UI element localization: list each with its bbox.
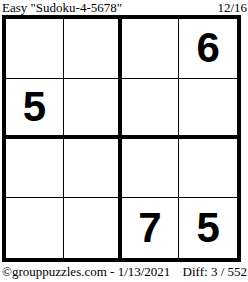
cell-r1c3[interactable] [122, 19, 180, 79]
cell-r2c1[interactable]: 5 [6, 79, 64, 139]
footer-copyright: ©grouppuzzles.com - 1/13/2021 [2, 264, 170, 280]
cell-r4c3[interactable]: 7 [122, 198, 180, 258]
cell-r1c1[interactable] [6, 19, 64, 79]
sudoku-board: 6 5 7 5 [2, 15, 241, 262]
header: Easy "Sudoku-4-5678" 12/16 [0, 0, 248, 15]
clue-counter: 12/16 [217, 1, 247, 15]
footer: ©grouppuzzles.com - 1/13/2021 Diff: 3 / … [0, 262, 248, 280]
cell-r3c1[interactable] [6, 139, 64, 199]
cell-r3c4[interactable] [179, 139, 237, 199]
cell-r1c2[interactable] [64, 19, 122, 79]
cell-r1c4[interactable]: 6 [179, 19, 237, 79]
cell-r3c2[interactable] [64, 139, 122, 199]
cell-r2c2[interactable] [64, 79, 122, 139]
cell-r2c3[interactable] [122, 79, 180, 139]
cell-r4c1[interactable] [6, 198, 64, 258]
cell-r4c2[interactable] [64, 198, 122, 258]
cell-r3c3[interactable] [122, 139, 180, 199]
cell-r4c4[interactable]: 5 [179, 198, 237, 258]
footer-difficulty: Diff: 3 / 552 [183, 264, 247, 280]
cell-r2c4[interactable] [179, 79, 237, 139]
puzzle-title: Easy "Sudoku-4-5678" [2, 1, 122, 15]
